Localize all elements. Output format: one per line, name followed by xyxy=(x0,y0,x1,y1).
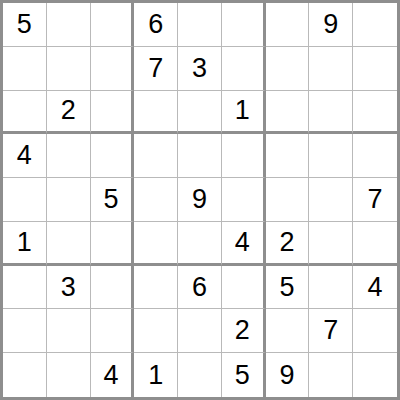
cell-r7c9[interactable]: 4 xyxy=(353,266,397,310)
given-digit: 2 xyxy=(235,317,250,344)
cell-r1c4[interactable]: 6 xyxy=(134,3,178,47)
cell-r7c8[interactable] xyxy=(309,266,353,310)
given-digit: 1 xyxy=(148,362,163,389)
cell-r3c5[interactable] xyxy=(178,91,222,135)
given-digit: 9 xyxy=(192,186,207,213)
cell-r6c9[interactable] xyxy=(353,222,397,266)
cell-r7c7[interactable]: 5 xyxy=(266,266,310,310)
cell-r4c4[interactable] xyxy=(134,134,178,178)
cell-r8c9[interactable] xyxy=(353,309,397,353)
cell-r9c8[interactable] xyxy=(309,353,353,397)
cell-r5c6[interactable] xyxy=(222,178,266,222)
cell-r6c8[interactable] xyxy=(309,222,353,266)
cell-r2c3[interactable] xyxy=(91,47,135,91)
cell-r9c1[interactable] xyxy=(3,353,47,397)
given-digit: 3 xyxy=(192,55,207,82)
cell-r2c4[interactable]: 7 xyxy=(134,47,178,91)
cell-r8c1[interactable] xyxy=(3,309,47,353)
cell-r9c5[interactable] xyxy=(178,353,222,397)
given-digit: 9 xyxy=(323,11,338,38)
given-digit: 5 xyxy=(103,186,118,213)
cell-r5c5[interactable]: 9 xyxy=(178,178,222,222)
given-digit: 6 xyxy=(192,274,207,301)
cell-r7c1[interactable] xyxy=(3,266,47,310)
given-digit: 2 xyxy=(61,97,76,124)
cell-r5c9[interactable]: 7 xyxy=(353,178,397,222)
given-digit: 1 xyxy=(17,229,32,256)
cell-r5c3[interactable]: 5 xyxy=(91,178,135,222)
cell-r7c4[interactable] xyxy=(134,266,178,310)
cell-r2c9[interactable] xyxy=(353,47,397,91)
cell-r4c7[interactable] xyxy=(266,134,310,178)
cell-r4c1[interactable]: 4 xyxy=(3,134,47,178)
cell-r6c6[interactable]: 4 xyxy=(222,222,266,266)
given-digit: 4 xyxy=(235,229,250,256)
cell-r5c8[interactable] xyxy=(309,178,353,222)
cell-r3c4[interactable] xyxy=(134,91,178,135)
cell-r1c7[interactable] xyxy=(266,3,310,47)
given-digit: 4 xyxy=(103,362,118,389)
cell-r4c8[interactable] xyxy=(309,134,353,178)
cell-r9c9[interactable] xyxy=(353,353,397,397)
cell-r8c6[interactable]: 2 xyxy=(222,309,266,353)
sudoku-board: 569732145971423654274159 xyxy=(0,0,400,400)
cell-r9c6[interactable]: 5 xyxy=(222,353,266,397)
given-digit: 5 xyxy=(280,274,295,301)
cell-r3c7[interactable] xyxy=(266,91,310,135)
cell-r6c1[interactable]: 1 xyxy=(3,222,47,266)
cell-r9c4[interactable]: 1 xyxy=(134,353,178,397)
given-digit: 6 xyxy=(148,11,163,38)
given-digit: 4 xyxy=(368,274,383,301)
cell-r3c8[interactable] xyxy=(309,91,353,135)
cell-r7c6[interactable] xyxy=(222,266,266,310)
cell-r9c3[interactable]: 4 xyxy=(91,353,135,397)
cell-r3c1[interactable] xyxy=(3,91,47,135)
cell-r1c9[interactable] xyxy=(353,3,397,47)
given-digit: 1 xyxy=(235,97,250,124)
given-digit: 7 xyxy=(323,317,338,344)
cell-r8c7[interactable] xyxy=(266,309,310,353)
cell-r1c6[interactable] xyxy=(222,3,266,47)
cell-r4c3[interactable] xyxy=(91,134,135,178)
cell-r8c5[interactable] xyxy=(178,309,222,353)
given-digit: 7 xyxy=(148,55,163,82)
cell-r6c2[interactable] xyxy=(47,222,91,266)
cell-r2c7[interactable] xyxy=(266,47,310,91)
cell-r8c4[interactable] xyxy=(134,309,178,353)
cell-r1c3[interactable] xyxy=(91,3,135,47)
cell-r6c3[interactable] xyxy=(91,222,135,266)
cell-r1c1[interactable]: 5 xyxy=(3,3,47,47)
cell-r4c5[interactable] xyxy=(178,134,222,178)
cell-r7c5[interactable]: 6 xyxy=(178,266,222,310)
cell-r9c2[interactable] xyxy=(47,353,91,397)
cell-r8c8[interactable]: 7 xyxy=(309,309,353,353)
given-digit: 2 xyxy=(280,229,295,256)
given-digit: 7 xyxy=(368,186,383,213)
given-digit: 5 xyxy=(235,362,250,389)
cell-r3c3[interactable] xyxy=(91,91,135,135)
cell-r5c1[interactable] xyxy=(3,178,47,222)
cell-r6c4[interactable] xyxy=(134,222,178,266)
cell-r3c9[interactable] xyxy=(353,91,397,135)
cell-r2c2[interactable] xyxy=(47,47,91,91)
cell-r1c2[interactable] xyxy=(47,3,91,47)
cell-r4c6[interactable] xyxy=(222,134,266,178)
cell-r3c2[interactable]: 2 xyxy=(47,91,91,135)
cell-r4c2[interactable] xyxy=(47,134,91,178)
cell-r7c3[interactable] xyxy=(91,266,135,310)
cell-r4c9[interactable] xyxy=(353,134,397,178)
cell-r3c6[interactable]: 1 xyxy=(222,91,266,135)
cell-r1c8[interactable]: 9 xyxy=(309,3,353,47)
cell-r9c7[interactable]: 9 xyxy=(266,353,310,397)
cell-r6c5[interactable] xyxy=(178,222,222,266)
cell-r7c2[interactable]: 3 xyxy=(47,266,91,310)
cell-r5c2[interactable] xyxy=(47,178,91,222)
cell-r2c5[interactable]: 3 xyxy=(178,47,222,91)
cell-r8c3[interactable] xyxy=(91,309,135,353)
cell-r2c8[interactable] xyxy=(309,47,353,91)
cell-r8c2[interactable] xyxy=(47,309,91,353)
given-digit: 5 xyxy=(17,11,32,38)
given-digit: 9 xyxy=(280,362,295,389)
cell-r5c4[interactable] xyxy=(134,178,178,222)
cell-r2c1[interactable] xyxy=(3,47,47,91)
cell-r1c5[interactable] xyxy=(178,3,222,47)
given-digit: 4 xyxy=(17,142,32,169)
cell-r6c7[interactable]: 2 xyxy=(266,222,310,266)
cell-r2c6[interactable] xyxy=(222,47,266,91)
given-digit: 3 xyxy=(61,274,76,301)
cell-r5c7[interactable] xyxy=(266,178,310,222)
